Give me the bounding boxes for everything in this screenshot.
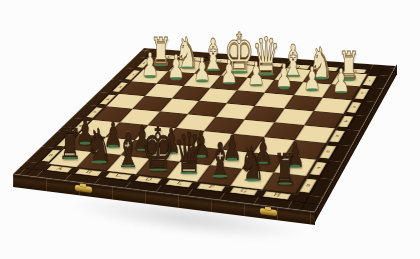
piece-black-rook[interactable]: ♜ xyxy=(59,123,82,165)
piece-white-pawn[interactable]: ♟ xyxy=(332,65,350,98)
felt-base xyxy=(251,84,262,87)
felt-base xyxy=(197,80,208,83)
piece-black-queen[interactable]: ♛ xyxy=(173,126,204,182)
piece-white-pawn[interactable]: ♟ xyxy=(193,54,211,87)
felt-base xyxy=(64,157,78,160)
piece-white-pawn[interactable]: ♟ xyxy=(303,63,321,96)
piece-black-rook[interactable]: ♜ xyxy=(273,148,296,190)
felt-base xyxy=(279,86,290,89)
piece-black-bishop[interactable]: ♝ xyxy=(206,136,233,184)
felt-base xyxy=(278,182,292,185)
felt-base xyxy=(307,89,318,92)
piece-white-pawn[interactable]: ♟ xyxy=(247,58,265,91)
chess-set-photo: ABCDEFGH ABCDEFGH 12345678 12345678 ♜♞♝♚… xyxy=(0,0,420,259)
piece-black-bishop[interactable]: ♝ xyxy=(115,125,142,173)
piece-white-pawn[interactable]: ♟ xyxy=(141,50,159,83)
piece-white-pawn[interactable]: ♟ xyxy=(220,56,238,89)
piece-black-king[interactable]: ♚ xyxy=(141,119,174,179)
felt-base xyxy=(91,161,106,164)
felt-base xyxy=(148,169,167,172)
felt-base xyxy=(179,172,197,175)
felt-base xyxy=(336,91,347,94)
piece-black-knight[interactable]: ♞ xyxy=(239,140,265,187)
piece-black-knight[interactable]: ♞ xyxy=(86,123,112,170)
felt-base xyxy=(145,75,156,78)
piece-white-pawn[interactable]: ♟ xyxy=(167,52,185,85)
piece-white-pawn[interactable]: ♟ xyxy=(275,61,293,94)
felt-base xyxy=(120,164,135,167)
felt-base xyxy=(212,175,227,178)
felt-base xyxy=(170,78,181,81)
felt-base xyxy=(244,179,259,182)
felt-base xyxy=(223,82,234,85)
